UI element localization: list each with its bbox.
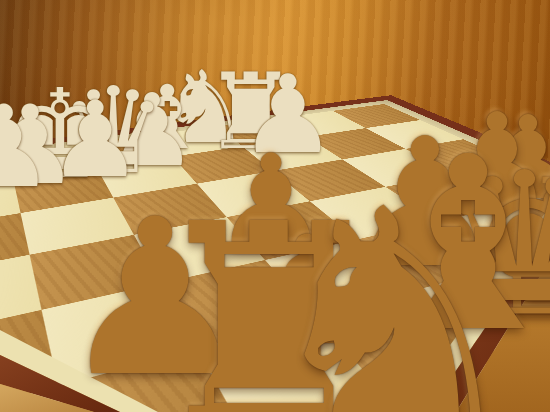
piece-brown-knight[interactable]: ♞ xyxy=(254,169,532,412)
chess-photo-scene: ♟♟♚♟♛♟♝♞♜♟♟♟♜♟♞♟♝♟♟♛♚ Wooden chess set p… xyxy=(0,0,550,412)
piece-white-pawn[interactable]: ♟ xyxy=(0,91,55,204)
pieces-layer: ♟♟♚♟♛♟♝♞♜♟♟♟♜♟♞♟♝♟♟♛♚ xyxy=(0,0,550,412)
